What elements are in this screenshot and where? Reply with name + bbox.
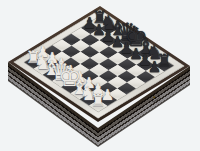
chess-board: ♜♞♝♛♚♝♞♜♟♟♟♟♟♟♟♟♟♟♟♟♟♟♟♟♜♞♝♛♚♝♞♜ <box>8 6 190 122</box>
square-h1[interactable]: ♜ <box>89 100 108 112</box>
white-rook[interactable]: ♜ <box>82 92 114 109</box>
chess-set-photo: ♜♞♝♛♚♝♞♜♟♟♟♟♟♟♟♟♟♟♟♟♟♟♟♟♜♞♝♛♚♝♞♜ <box>0 0 200 151</box>
clasp-pin-icon <box>153 96 156 99</box>
